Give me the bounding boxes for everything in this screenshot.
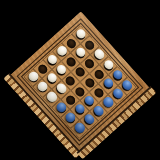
product-photo-scene [0,0,160,160]
blue-peg[interactable] [121,78,134,91]
checkers-board [10,11,151,153]
